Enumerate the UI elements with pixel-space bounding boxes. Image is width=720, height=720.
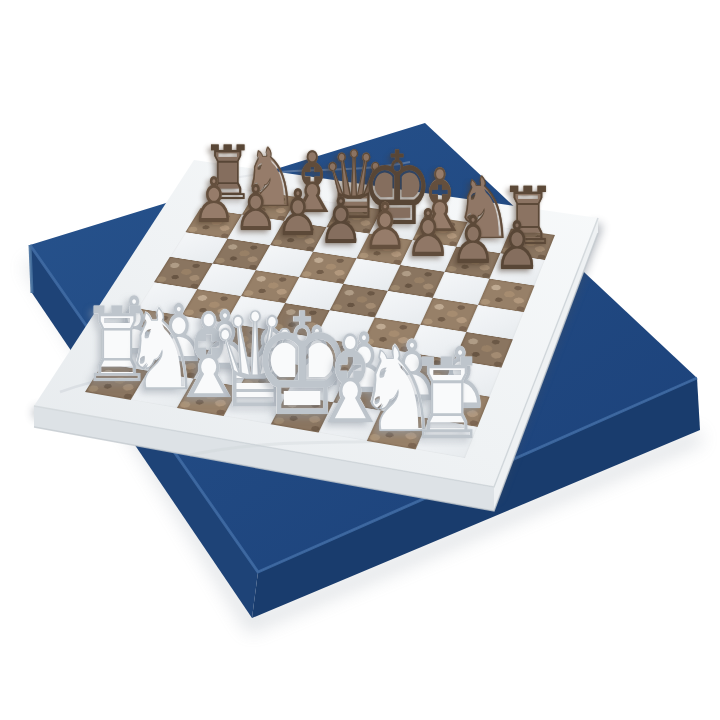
box-corner-edge: [30, 245, 32, 293]
product-photo-scene: ♜♖♞♘♝♗♛♕♚♔♝♗♞♘♜♖♟♙♟♙♟♙♟♙♟♙♟♙♟♙♟♙♟♙♟♙♟♙♟♙…: [0, 0, 720, 720]
